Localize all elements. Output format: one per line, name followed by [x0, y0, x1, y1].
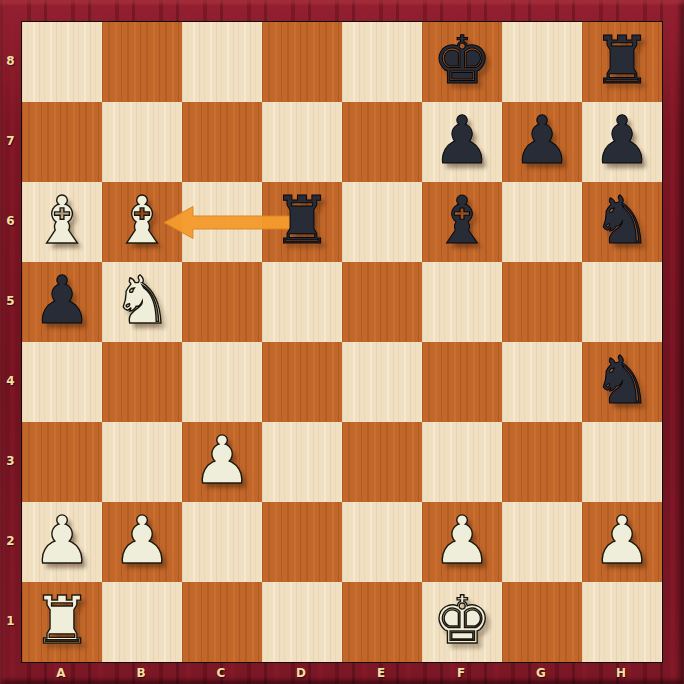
piece-white-pawn-h2[interactable]: ♟	[582, 502, 662, 582]
piece-white-pawn-b2[interactable]: ♟	[102, 502, 182, 582]
file-label-d: D	[261, 663, 341, 684]
piece-white-pawn-a2[interactable]: ♟	[22, 502, 102, 582]
piece-white-knight-b5[interactable]: ♞	[102, 262, 182, 342]
piece-white-bishop-a6[interactable]: ♝	[22, 182, 102, 262]
file-label-b: B	[101, 663, 181, 684]
chessboard: ♚♜♟♟♟♝♝♜♝♞♟♞♞♟♟♟♟♟♜♚	[21, 21, 663, 663]
piece-white-king-f1[interactable]: ♚	[422, 582, 502, 662]
piece-white-rook-a1[interactable]: ♜	[22, 582, 102, 662]
piece-black-knight-h4[interactable]: ♞	[582, 342, 662, 422]
rank-labels: 87654321	[0, 21, 21, 663]
file-label-c: C	[181, 663, 261, 684]
piece-white-bishop-b6[interactable]: ♝	[102, 182, 182, 262]
file-label-f: F	[421, 663, 501, 684]
piece-white-pawn-f2[interactable]: ♟	[422, 502, 502, 582]
piece-black-pawn-h7[interactable]: ♟	[582, 102, 662, 182]
rank-label-6: 6	[0, 181, 21, 261]
rank-label-1: 1	[0, 581, 21, 661]
file-label-g: G	[501, 663, 581, 684]
piece-black-pawn-g7[interactable]: ♟	[502, 102, 582, 182]
rank-label-8: 8	[0, 21, 21, 101]
file-labels: ABCDEFGH	[21, 663, 663, 684]
pieces-layer: ♚♜♟♟♟♝♝♜♝♞♟♞♞♟♟♟♟♟♜♚	[22, 22, 662, 662]
rank-label-7: 7	[0, 101, 21, 181]
piece-black-rook-h8[interactable]: ♜	[582, 22, 662, 102]
file-label-h: H	[581, 663, 661, 684]
rank-label-3: 3	[0, 421, 21, 501]
piece-black-bishop-f6[interactable]: ♝	[422, 182, 502, 262]
piece-black-rook-d6[interactable]: ♜	[262, 182, 342, 262]
file-label-a: A	[21, 663, 101, 684]
rank-label-4: 4	[0, 341, 21, 421]
piece-black-knight-h6[interactable]: ♞	[582, 182, 662, 262]
piece-black-pawn-f7[interactable]: ♟	[422, 102, 502, 182]
piece-black-pawn-a5[interactable]: ♟	[22, 262, 102, 342]
piece-white-pawn-c3[interactable]: ♟	[182, 422, 262, 502]
file-label-e: E	[341, 663, 421, 684]
rank-label-5: 5	[0, 261, 21, 341]
piece-black-king-f8[interactable]: ♚	[422, 22, 502, 102]
board-frame: 87654321 ABCDEFGH ♚♜♟♟♟♝♝♜♝♞♟♞♞♟♟♟♟♟♜♚	[0, 0, 684, 684]
rank-label-2: 2	[0, 501, 21, 581]
